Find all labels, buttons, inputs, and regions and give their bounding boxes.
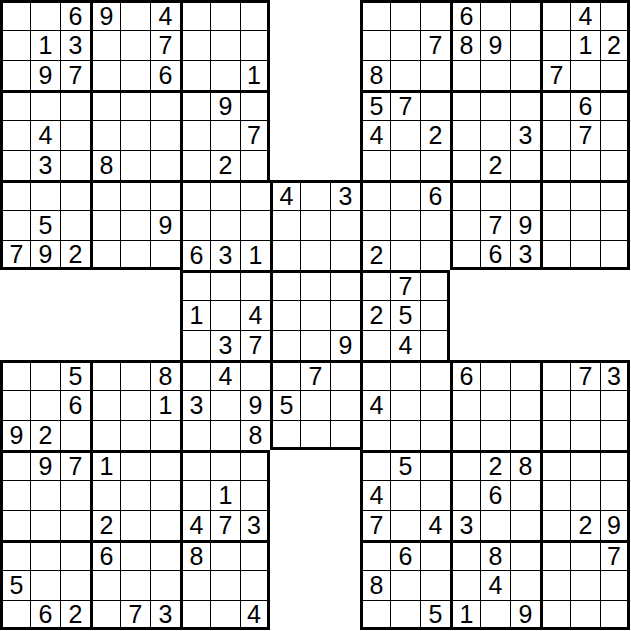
given-digit-r12c9[interactable]: 7 [240,330,270,360]
cell-r15c19[interactable] [540,420,570,450]
cell-r4c4[interactable] [90,90,120,120]
cell-r8c11[interactable] [300,210,330,240]
cell-r15c15[interactable] [420,420,450,450]
cell-r9c6[interactable] [150,240,180,270]
cell-r3c14[interactable] [390,60,420,90]
cell-r2c14[interactable] [390,30,420,60]
cell-r20c14[interactable] [390,570,420,600]
cell-r20c21[interactable] [600,570,630,600]
cell-r18c6[interactable] [150,510,180,540]
cell-r21c13[interactable] [360,600,390,630]
given-digit-r18c9[interactable]: 3 [240,510,270,540]
cell-r6c5[interactable] [120,150,150,180]
cell-r14c21[interactable] [600,390,630,420]
cell-r4c1[interactable] [0,90,30,120]
cell-r13c13[interactable] [360,360,390,390]
cell-r16c8[interactable] [210,450,240,480]
cell-r15c8[interactable] [210,420,240,450]
cell-r8c21[interactable] [600,210,630,240]
cell-r3c4[interactable] [90,60,120,90]
given-digit-r18c21[interactable]: 9 [600,510,630,540]
cell-r6c15[interactable] [420,150,450,180]
given-digit-r12c12[interactable]: 9 [330,330,360,360]
cell-r14c20[interactable] [570,390,600,420]
given-digit-r16c2[interactable]: 9 [30,450,60,480]
cell-r7c3[interactable] [60,180,90,210]
cell-r14c18[interactable] [510,390,540,420]
cell-r20c7[interactable] [180,570,210,600]
cell-r1c8[interactable] [210,0,240,30]
cell-r10c9[interactable] [240,270,270,300]
given-digit-r5c2[interactable]: 4 [30,120,60,150]
cell-r1c21[interactable] [600,0,630,30]
cell-r5c16[interactable] [450,120,480,150]
cell-r14c4[interactable] [90,390,120,420]
cell-r11c11[interactable] [300,300,330,330]
cell-r21c7[interactable] [180,600,210,630]
given-digit-r13c6[interactable]: 8 [150,360,180,390]
cell-r3c20[interactable] [570,60,600,90]
cell-r7c19[interactable] [540,180,570,210]
cell-r13c10[interactable] [270,360,300,390]
cell-r14c2[interactable] [30,390,60,420]
given-digit-r9c9[interactable]: 1 [240,240,270,270]
cell-r19c1[interactable] [0,540,30,570]
cell-r20c15[interactable] [420,570,450,600]
cell-r18c5[interactable] [120,510,150,540]
given-digit-r4c20[interactable]: 6 [570,90,600,120]
cell-r19c15[interactable] [420,540,450,570]
cell-r9c16[interactable] [450,240,480,270]
given-digit-r2c17[interactable]: 9 [480,30,510,60]
cell-r14c17[interactable] [480,390,510,420]
cell-r6c3[interactable] [60,150,90,180]
cell-r7c11[interactable] [300,180,330,210]
cell-r3c16[interactable] [450,60,480,90]
given-digit-r8c6[interactable]: 9 [150,210,180,240]
given-digit-r5c18[interactable]: 3 [510,120,540,150]
given-digit-r20c17[interactable]: 4 [480,570,510,600]
given-digit-r3c19[interactable]: 7 [540,60,570,90]
given-digit-r21c5[interactable]: 7 [120,600,150,630]
cell-r10c10[interactable] [270,270,300,300]
given-digit-r18c16[interactable]: 3 [450,510,480,540]
cell-r6c14[interactable] [390,150,420,180]
cell-r19c20[interactable] [570,540,600,570]
cell-r17c19[interactable] [540,480,570,510]
given-digit-r14c3[interactable]: 6 [60,390,90,420]
given-digit-r2c16[interactable]: 8 [450,30,480,60]
cell-r21c8[interactable] [210,600,240,630]
cell-r13c17[interactable] [480,360,510,390]
cell-r16c19[interactable] [540,450,570,480]
given-digit-r4c14[interactable]: 7 [390,90,420,120]
cell-r2c18[interactable] [510,30,540,60]
cell-r19c19[interactable] [540,540,570,570]
cell-r1c18[interactable] [510,0,540,30]
cell-r5c21[interactable] [600,120,630,150]
cell-r18c17[interactable] [480,510,510,540]
cell-r9c5[interactable] [120,240,150,270]
cell-r11c8[interactable] [210,300,240,330]
cell-r17c15[interactable] [420,480,450,510]
cell-r20c19[interactable] [540,570,570,600]
cell-r15c6[interactable] [150,420,180,450]
cell-r20c6[interactable] [150,570,180,600]
cell-r9c10[interactable] [270,240,300,270]
given-digit-r6c8[interactable]: 2 [210,150,240,180]
given-digit-r11c9[interactable]: 4 [240,300,270,330]
cell-r3c7[interactable] [180,60,210,90]
cell-r13c4[interactable] [90,360,120,390]
cell-r17c21[interactable] [600,480,630,510]
given-digit-r21c2[interactable]: 6 [30,600,60,630]
cell-r17c14[interactable] [390,480,420,510]
cell-r8c1[interactable] [0,210,30,240]
given-digit-r14c9[interactable]: 9 [240,390,270,420]
cell-r17c5[interactable] [120,480,150,510]
given-digit-r15c9[interactable]: 8 [240,420,270,450]
given-digit-r19c21[interactable]: 7 [600,540,630,570]
cell-r15c4[interactable] [90,420,120,450]
cell-r8c8[interactable] [210,210,240,240]
given-digit-r13c21[interactable]: 3 [600,360,630,390]
cell-r5c8[interactable] [210,120,240,150]
cell-r8c9[interactable] [240,210,270,240]
cell-r18c19[interactable] [540,510,570,540]
cell-r9c4[interactable] [90,240,120,270]
cell-r13c14[interactable] [390,360,420,390]
cell-r1c7[interactable] [180,0,210,30]
given-digit-r11c7[interactable]: 1 [180,300,210,330]
given-digit-r13c16[interactable]: 6 [450,360,480,390]
cell-r3c15[interactable] [420,60,450,90]
given-digit-r18c15[interactable]: 4 [420,510,450,540]
cell-r19c13[interactable] [360,540,390,570]
given-digit-r17c13[interactable]: 4 [360,480,390,510]
cell-r18c14[interactable] [390,510,420,540]
cell-r13c12[interactable] [330,360,360,390]
cell-r20c2[interactable] [30,570,60,600]
cell-r11c10[interactable] [270,300,300,330]
cell-r8c13[interactable] [360,210,390,240]
cell-r4c5[interactable] [120,90,150,120]
cell-r2c19[interactable] [540,30,570,60]
cell-r15c13[interactable] [360,420,390,450]
given-digit-r11c14[interactable]: 5 [390,300,420,330]
cell-r7c6[interactable] [150,180,180,210]
cell-r10c12[interactable] [330,270,360,300]
given-digit-r17c17[interactable]: 6 [480,480,510,510]
cell-r15c11[interactable] [300,420,330,450]
given-digit-r8c2[interactable]: 5 [30,210,60,240]
cell-r17c20[interactable] [570,480,600,510]
given-digit-r13c8[interactable]: 4 [210,360,240,390]
given-digit-r9c17[interactable]: 6 [480,240,510,270]
cell-r19c6[interactable] [150,540,180,570]
given-digit-r19c4[interactable]: 6 [90,540,120,570]
cell-r4c16[interactable] [450,90,480,120]
cell-r2c7[interactable] [180,30,210,60]
given-digit-r2c6[interactable]: 7 [150,30,180,60]
cell-r8c19[interactable] [540,210,570,240]
given-digit-r1c3[interactable]: 6 [60,0,90,30]
cell-r20c20[interactable] [570,570,600,600]
cell-r7c5[interactable] [120,180,150,210]
given-digit-r14c6[interactable]: 1 [150,390,180,420]
cell-r15c5[interactable] [120,420,150,450]
given-digit-r18c8[interactable]: 7 [210,510,240,540]
cell-r13c15[interactable] [420,360,450,390]
cell-r19c8[interactable] [210,540,240,570]
cell-r6c21[interactable] [600,150,630,180]
cell-r18c3[interactable] [60,510,90,540]
cell-r16c1[interactable] [0,450,30,480]
cell-r14c19[interactable] [540,390,570,420]
cell-r7c20[interactable] [570,180,600,210]
cell-r15c10[interactable] [270,420,300,450]
given-digit-r12c8[interactable]: 3 [210,330,240,360]
cell-r11c12[interactable] [330,300,360,330]
cell-r1c13[interactable] [360,0,390,30]
cell-r1c5[interactable] [120,0,150,30]
given-digit-r1c6[interactable]: 4 [150,0,180,30]
cell-r9c14[interactable] [390,240,420,270]
given-digit-r7c12[interactable]: 3 [330,180,360,210]
given-digit-r6c17[interactable]: 2 [480,150,510,180]
cell-r1c1[interactable] [0,0,30,30]
cell-r18c1[interactable] [0,510,30,540]
cell-r18c18[interactable] [510,510,540,540]
given-digit-r9c3[interactable]: 2 [60,240,90,270]
cell-r1c17[interactable] [480,0,510,30]
cell-r16c15[interactable] [420,450,450,480]
given-digit-r17c8[interactable]: 1 [210,480,240,510]
cell-r4c9[interactable] [240,90,270,120]
cell-r5c3[interactable] [60,120,90,150]
cell-r3c5[interactable] [120,60,150,90]
given-digit-r21c16[interactable]: 1 [450,600,480,630]
cell-r21c20[interactable] [570,600,600,630]
cell-r16c16[interactable] [450,450,480,480]
cell-r20c16[interactable] [450,570,480,600]
cell-r13c19[interactable] [540,360,570,390]
cell-r8c5[interactable] [120,210,150,240]
given-digit-r8c18[interactable]: 9 [510,210,540,240]
cell-r13c1[interactable] [0,360,30,390]
cell-r13c9[interactable] [240,360,270,390]
cell-r1c14[interactable] [390,0,420,30]
given-digit-r7c15[interactable]: 6 [420,180,450,210]
cell-r6c20[interactable] [570,150,600,180]
cell-r15c12[interactable] [330,420,360,450]
cell-r20c3[interactable] [60,570,90,600]
cell-r10c11[interactable] [300,270,330,300]
cell-r4c15[interactable] [420,90,450,120]
given-digit-r21c9[interactable]: 4 [240,600,270,630]
cell-r15c17[interactable] [480,420,510,450]
cell-r20c4[interactable] [90,570,120,600]
given-digit-r3c2[interactable]: 9 [30,60,60,90]
cell-r14c11[interactable] [300,390,330,420]
given-digit-r19c14[interactable]: 6 [390,540,420,570]
cell-r5c17[interactable] [480,120,510,150]
cell-r4c3[interactable] [60,90,90,120]
given-digit-r20c13[interactable]: 8 [360,570,390,600]
given-digit-r5c9[interactable]: 7 [240,120,270,150]
given-digit-r16c3[interactable]: 7 [60,450,90,480]
given-digit-r18c20[interactable]: 2 [570,510,600,540]
cell-r2c4[interactable] [90,30,120,60]
given-digit-r13c11[interactable]: 7 [300,360,330,390]
given-digit-r6c4[interactable]: 8 [90,150,120,180]
cell-r6c1[interactable] [0,150,30,180]
cell-r20c9[interactable] [240,570,270,600]
cell-r14c5[interactable] [120,390,150,420]
cell-r4c7[interactable] [180,90,210,120]
cell-r12c7[interactable] [180,330,210,360]
cell-r4c2[interactable] [30,90,60,120]
cell-r7c9[interactable] [240,180,270,210]
cell-r18c2[interactable] [30,510,60,540]
cell-r4c6[interactable] [150,90,180,120]
given-digit-r4c8[interactable]: 9 [210,90,240,120]
cell-r19c2[interactable] [30,540,60,570]
cell-r6c9[interactable] [240,150,270,180]
given-digit-r14c7[interactable]: 3 [180,390,210,420]
cell-r17c1[interactable] [0,480,30,510]
given-digit-r16c18[interactable]: 8 [510,450,540,480]
given-digit-r8c17[interactable]: 7 [480,210,510,240]
cell-r2c9[interactable] [240,30,270,60]
cell-r8c10[interactable] [270,210,300,240]
given-digit-r9c1[interactable]: 7 [0,240,30,270]
cell-r6c7[interactable] [180,150,210,180]
cell-r5c4[interactable] [90,120,120,150]
given-digit-r5c20[interactable]: 7 [570,120,600,150]
cell-r9c15[interactable] [420,240,450,270]
cell-r14c1[interactable] [0,390,30,420]
cell-r19c18[interactable] [510,540,540,570]
cell-r7c1[interactable] [0,180,30,210]
cell-r15c21[interactable] [600,420,630,450]
cell-r8c3[interactable] [60,210,90,240]
given-digit-r3c9[interactable]: 1 [240,60,270,90]
cell-r1c9[interactable] [240,0,270,30]
cell-r17c7[interactable] [180,480,210,510]
given-digit-r12c14[interactable]: 4 [390,330,420,360]
cell-r4c17[interactable] [480,90,510,120]
cell-r20c5[interactable] [120,570,150,600]
cell-r17c4[interactable] [90,480,120,510]
cell-r10c15[interactable] [420,270,450,300]
cell-r14c15[interactable] [420,390,450,420]
cell-r14c12[interactable] [330,390,360,420]
cell-r16c7[interactable] [180,450,210,480]
cell-r7c16[interactable] [450,180,480,210]
given-digit-r11c13[interactable]: 2 [360,300,390,330]
cell-r19c3[interactable] [60,540,90,570]
given-digit-r13c20[interactable]: 7 [570,360,600,390]
given-digit-r6c2[interactable]: 3 [30,150,60,180]
given-digit-r19c17[interactable]: 8 [480,540,510,570]
cell-r3c21[interactable] [600,60,630,90]
given-digit-r19c7[interactable]: 8 [180,540,210,570]
given-digit-r15c2[interactable]: 2 [30,420,60,450]
given-digit-r2c2[interactable]: 1 [30,30,60,60]
given-digit-r15c1[interactable]: 9 [0,420,30,450]
cell-r7c14[interactable] [390,180,420,210]
cell-r15c20[interactable] [570,420,600,450]
given-digit-r21c6[interactable]: 3 [150,600,180,630]
cell-r12c15[interactable] [420,330,450,360]
cell-r6c18[interactable] [510,150,540,180]
cell-r12c13[interactable] [360,330,390,360]
cell-r17c3[interactable] [60,480,90,510]
cell-r16c20[interactable] [570,450,600,480]
cell-r9c11[interactable] [300,240,330,270]
given-digit-r9c18[interactable]: 3 [510,240,540,270]
cell-r5c1[interactable] [0,120,30,150]
cell-r17c18[interactable] [510,480,540,510]
cell-r17c16[interactable] [450,480,480,510]
cell-r8c16[interactable] [450,210,480,240]
cell-r7c2[interactable] [30,180,60,210]
cell-r7c7[interactable] [180,180,210,210]
cell-r20c8[interactable] [210,570,240,600]
given-digit-r21c15[interactable]: 5 [420,600,450,630]
cell-r15c3[interactable] [60,420,90,450]
cell-r9c12[interactable] [330,240,360,270]
given-digit-r3c6[interactable]: 6 [150,60,180,90]
cell-r21c14[interactable] [390,600,420,630]
cell-r13c7[interactable] [180,360,210,390]
cell-r2c8[interactable] [210,30,240,60]
given-digit-r4c13[interactable]: 5 [360,90,390,120]
cell-r10c8[interactable] [210,270,240,300]
cell-r1c15[interactable] [420,0,450,30]
given-digit-r9c7[interactable]: 6 [180,240,210,270]
given-digit-r14c13[interactable]: 4 [360,390,390,420]
given-digit-r20c1[interactable]: 5 [0,570,30,600]
cell-r21c1[interactable] [0,600,30,630]
cell-r5c5[interactable] [120,120,150,150]
given-digit-r3c13[interactable]: 8 [360,60,390,90]
cell-r21c4[interactable] [90,600,120,630]
given-digit-r1c20[interactable]: 4 [570,0,600,30]
cell-r16c9[interactable] [240,450,270,480]
given-digit-r2c20[interactable]: 1 [570,30,600,60]
cell-r3c17[interactable] [480,60,510,90]
cell-r10c7[interactable] [180,270,210,300]
cell-r21c17[interactable] [480,600,510,630]
cell-r7c18[interactable] [510,180,540,210]
cell-r6c13[interactable] [360,150,390,180]
given-digit-r2c3[interactable]: 3 [60,30,90,60]
given-digit-r13c3[interactable]: 5 [60,360,90,390]
cell-r4c21[interactable] [600,90,630,120]
given-digit-r1c16[interactable]: 6 [450,0,480,30]
given-digit-r7c10[interactable]: 4 [270,180,300,210]
given-digit-r21c18[interactable]: 9 [510,600,540,630]
given-digit-r2c15[interactable]: 7 [420,30,450,60]
given-digit-r5c13[interactable]: 4 [360,120,390,150]
cell-r16c21[interactable] [600,450,630,480]
cell-r14c16[interactable] [450,390,480,420]
given-digit-r9c8[interactable]: 3 [210,240,240,270]
given-digit-r21c21[interactable] [600,600,630,630]
given-digit-r18c4[interactable]: 2 [90,510,120,540]
